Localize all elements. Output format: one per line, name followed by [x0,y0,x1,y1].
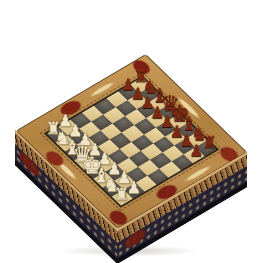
scene: ♜♞♝♛♚♝♞♜♟♟♟♟♟♟♟♟♟♟♟♟♟♟♟♟♜♞♝♛♚♝♞♜ [0,0,263,263]
